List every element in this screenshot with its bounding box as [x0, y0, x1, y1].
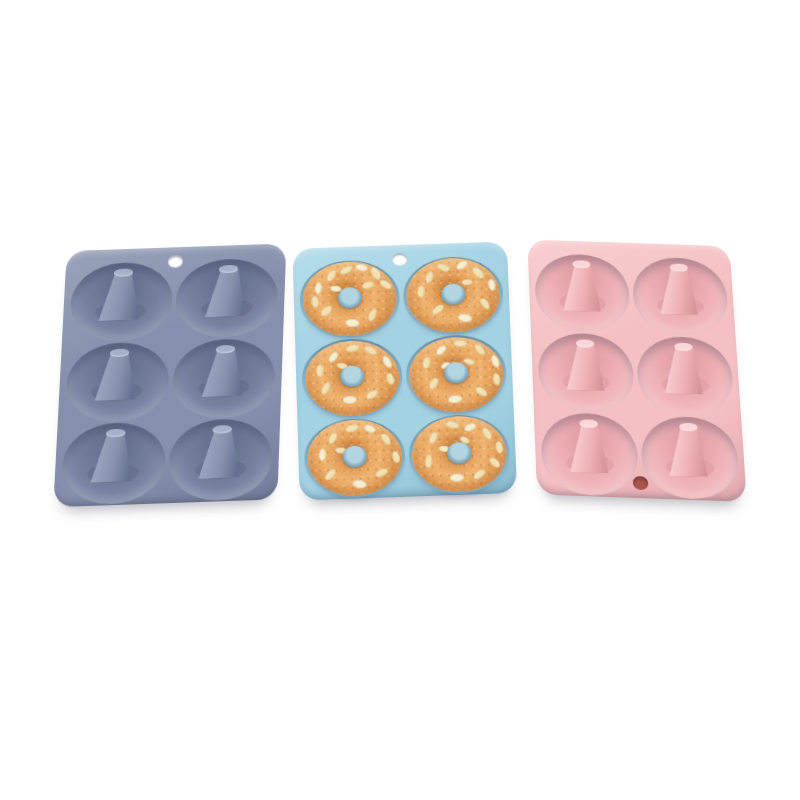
hanging-hole — [168, 255, 184, 268]
almond-flake — [474, 386, 489, 399]
almond-flake — [367, 308, 379, 323]
mold-cavity — [402, 255, 504, 336]
almond-flake — [428, 431, 439, 445]
almond-flake — [486, 279, 495, 292]
almond-flake — [343, 396, 357, 405]
almond-flake — [363, 423, 377, 434]
almond-flake — [455, 259, 469, 271]
mold-cavity — [405, 334, 507, 415]
center-post — [661, 266, 699, 315]
almond-flake — [481, 427, 494, 442]
center-post — [91, 431, 137, 482]
almond-flake — [424, 271, 434, 284]
mold-cavity — [534, 253, 631, 334]
almond-flake — [391, 450, 401, 464]
almond-flake — [325, 269, 338, 284]
mold-cavity — [302, 337, 404, 418]
center-post-top — [679, 423, 697, 431]
mold-cavity — [171, 337, 276, 420]
mold-cavity — [540, 412, 640, 497]
center-post-top — [216, 345, 236, 353]
mold-slate-blue — [53, 244, 286, 508]
almond-flake — [449, 474, 463, 483]
baked-donut — [408, 335, 504, 413]
almond-flake — [379, 432, 392, 447]
hanging-hole — [392, 252, 407, 265]
center-post — [198, 428, 244, 479]
mold-pink — [527, 239, 746, 501]
center-post — [665, 345, 703, 395]
mold-cavity — [299, 259, 400, 340]
baked-donut — [302, 261, 397, 338]
hanging-hole — [633, 476, 648, 490]
almond-flake — [365, 388, 380, 401]
almond-flake — [327, 431, 339, 445]
almond-flake — [457, 314, 472, 324]
center-post — [563, 262, 601, 311]
mold-cavity — [635, 335, 735, 418]
product-photo — [0, 0, 800, 800]
almond-flake — [471, 266, 487, 281]
almond-flake — [472, 468, 487, 482]
almond-flake — [345, 319, 359, 328]
almond-flake — [478, 297, 491, 311]
almond-flake — [464, 421, 478, 432]
almond-flake — [327, 350, 340, 364]
almond-flake — [311, 295, 319, 308]
almond-flake — [362, 281, 375, 291]
almond-flake — [422, 356, 432, 369]
donut-hole-with-center-post — [443, 362, 468, 384]
almond-flake — [364, 345, 379, 357]
almond-flake — [425, 454, 434, 468]
center-post — [95, 351, 141, 402]
donut-hole-with-center-post — [440, 283, 465, 305]
center-post-top — [674, 342, 692, 350]
almond-flake — [462, 279, 473, 285]
center-post-top — [573, 260, 590, 268]
almond-flake — [319, 304, 334, 319]
almond-flake — [318, 449, 326, 461]
center-post-top — [670, 263, 687, 271]
mold-light-blue-with-donuts — [292, 241, 517, 500]
center-post — [570, 422, 609, 473]
almond-flake — [489, 354, 500, 369]
almond-flake — [324, 467, 338, 481]
mold-cavity — [631, 256, 729, 337]
mold-cavity — [640, 416, 741, 501]
mold-cavity — [168, 418, 274, 502]
center-post-top — [580, 420, 598, 428]
baked-donut — [405, 257, 501, 334]
almond-flake — [352, 479, 367, 489]
center-post — [202, 347, 247, 398]
center-post — [205, 267, 250, 317]
donut-hole-with-center-post — [337, 287, 362, 309]
almond-flake — [435, 343, 449, 356]
almond-flake — [355, 263, 368, 272]
almond-flake — [488, 456, 502, 469]
baked-donut — [411, 415, 508, 494]
almond-flake — [374, 466, 389, 478]
mold-cavity — [64, 341, 170, 424]
center-post-top — [109, 348, 129, 356]
mold-cavity — [537, 332, 635, 415]
almond-flake — [445, 420, 459, 430]
baked-donut — [307, 418, 403, 497]
almond-flake — [448, 395, 463, 405]
almond-flake — [472, 343, 486, 357]
baked-donut — [305, 339, 401, 417]
almond-flake — [427, 376, 440, 391]
center-post — [566, 341, 604, 391]
almond-flake — [385, 372, 395, 386]
almond-flake — [381, 355, 394, 370]
almond-flake — [314, 282, 323, 295]
almond-flake — [418, 285, 426, 297]
almond-flake — [493, 372, 501, 385]
almond-flake — [378, 279, 393, 292]
center-post — [99, 271, 144, 321]
mold-cavity — [175, 258, 280, 340]
almond-flake — [454, 340, 467, 348]
almond-flake — [431, 303, 446, 316]
almond-flake — [339, 264, 354, 276]
almond-flake — [319, 381, 331, 396]
mold-cavity — [60, 422, 167, 506]
mold-cavity — [304, 417, 406, 499]
donut-hole-with-center-post — [342, 445, 367, 467]
almond-flake — [436, 263, 450, 274]
donut-hole-with-center-post — [446, 442, 471, 464]
center-post — [670, 426, 709, 478]
center-post-top — [113, 268, 132, 276]
mold-cavity — [408, 413, 511, 495]
center-post-top — [576, 339, 593, 347]
donut-hole-with-center-post — [340, 366, 365, 388]
almond-flake — [345, 423, 360, 434]
mold-cavity — [68, 261, 173, 343]
almond-flake — [316, 364, 324, 376]
almond-flake — [495, 440, 504, 453]
almond-flake — [345, 344, 359, 354]
